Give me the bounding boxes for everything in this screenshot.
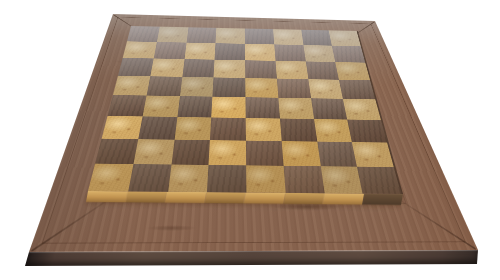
square-h6 bbox=[335, 62, 370, 80]
board-product-photo bbox=[0, 0, 500, 280]
square-a1 bbox=[88, 164, 133, 192]
square-b6 bbox=[150, 58, 184, 76]
square-a7 bbox=[123, 41, 157, 58]
square-d7 bbox=[215, 43, 245, 60]
square-e1 bbox=[246, 165, 285, 193]
square-g4 bbox=[311, 98, 348, 119]
square-g5 bbox=[308, 79, 343, 99]
square-h4 bbox=[343, 99, 381, 120]
square-f3 bbox=[280, 119, 317, 142]
square-e7 bbox=[245, 44, 275, 61]
square-g1 bbox=[320, 166, 362, 193]
square-a2 bbox=[95, 139, 138, 164]
square-a8 bbox=[127, 26, 160, 42]
edge-grain-segment bbox=[125, 191, 166, 202]
square-h1 bbox=[357, 167, 401, 194]
edge-grain-segment bbox=[322, 193, 363, 204]
chessboard bbox=[88, 26, 403, 194]
square-c5 bbox=[180, 77, 214, 97]
square-f1 bbox=[283, 166, 324, 193]
square-g8 bbox=[301, 30, 332, 46]
square-b8 bbox=[157, 27, 188, 43]
square-e2 bbox=[246, 141, 283, 166]
square-c1 bbox=[168, 165, 209, 193]
square-d5 bbox=[213, 77, 246, 97]
square-h7 bbox=[332, 46, 365, 63]
edge-grain-segment bbox=[204, 192, 245, 203]
square-b4 bbox=[142, 96, 179, 117]
square-e6 bbox=[245, 60, 277, 78]
square-a6 bbox=[118, 58, 153, 76]
square-f5 bbox=[277, 79, 311, 99]
square-d3 bbox=[210, 117, 246, 140]
square-b7 bbox=[154, 42, 187, 59]
square-g7 bbox=[303, 45, 335, 62]
edge-grain-segment bbox=[244, 192, 285, 203]
square-b1 bbox=[128, 164, 171, 192]
square-g6 bbox=[305, 61, 339, 79]
square-h3 bbox=[347, 120, 387, 143]
square-a4 bbox=[108, 95, 147, 116]
square-c3 bbox=[174, 117, 211, 140]
square-e5 bbox=[245, 78, 278, 98]
square-d2 bbox=[209, 140, 246, 165]
square-f7 bbox=[274, 44, 305, 61]
edge-grain-segment bbox=[283, 193, 324, 204]
square-h5 bbox=[339, 80, 375, 100]
square-e8 bbox=[245, 29, 274, 45]
square-g3 bbox=[314, 119, 352, 142]
square-h2 bbox=[352, 142, 394, 167]
square-c4 bbox=[177, 96, 213, 117]
square-b2 bbox=[133, 139, 174, 164]
square-f2 bbox=[281, 141, 320, 166]
square-d8 bbox=[216, 28, 245, 44]
square-e3 bbox=[246, 118, 282, 141]
square-b5 bbox=[146, 76, 182, 96]
board-scene bbox=[0, 0, 500, 280]
square-d6 bbox=[214, 60, 246, 78]
square-c6 bbox=[182, 59, 215, 77]
square-e4 bbox=[245, 97, 279, 118]
square-d1 bbox=[207, 165, 246, 193]
edge-grain-segment bbox=[86, 191, 127, 202]
square-f4 bbox=[278, 98, 313, 119]
square-d4 bbox=[211, 97, 245, 118]
edge-grain-segment bbox=[165, 192, 206, 203]
square-a3 bbox=[102, 116, 143, 139]
square-c7 bbox=[184, 43, 215, 60]
square-b3 bbox=[138, 116, 177, 139]
square-h8 bbox=[329, 30, 361, 46]
square-c8 bbox=[186, 27, 216, 43]
square-f8 bbox=[273, 29, 303, 45]
edge-grain-segment bbox=[362, 194, 403, 205]
square-c2 bbox=[171, 140, 210, 165]
board-base-front-edge bbox=[25, 250, 478, 266]
square-g2 bbox=[317, 142, 357, 167]
square-f6 bbox=[275, 61, 308, 79]
square-a5 bbox=[113, 76, 150, 96]
